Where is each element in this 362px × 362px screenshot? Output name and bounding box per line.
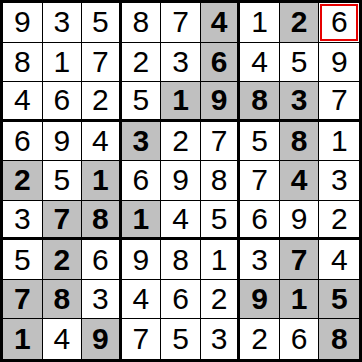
cell-r2c8[interactable]: 5 <box>280 43 320 83</box>
cell-r3c6[interactable]: 9 <box>201 82 241 122</box>
cell-r5c9[interactable]: 3 <box>319 161 359 201</box>
cell-r6c1[interactable]: 3 <box>3 201 43 241</box>
cell-r7c3[interactable]: 6 <box>82 240 122 280</box>
cell-r9c3[interactable]: 9 <box>82 319 122 359</box>
cell-r6c7[interactable]: 6 <box>240 201 280 241</box>
cell-r8c6[interactable]: 2 <box>201 280 241 320</box>
cell-r7c1[interactable]: 5 <box>3 240 43 280</box>
cell-r1c3[interactable]: 5 <box>82 3 122 43</box>
cell-r5c6[interactable]: 8 <box>201 161 241 201</box>
cell-r9c1[interactable]: 1 <box>3 319 43 359</box>
cell-r7c6[interactable]: 1 <box>201 240 241 280</box>
sudoku-board: 9358741268172364594625198376943275812516… <box>0 0 362 362</box>
cell-r1c4[interactable]: 8 <box>122 3 162 43</box>
cell-r6c2[interactable]: 7 <box>43 201 83 241</box>
cell-r4c8[interactable]: 8 <box>280 122 320 162</box>
cell-r8c4[interactable]: 4 <box>122 280 162 320</box>
cell-r3c4[interactable]: 5 <box>122 82 162 122</box>
cell-r9c4[interactable]: 7 <box>122 319 162 359</box>
cell-r8c7[interactable]: 9 <box>240 280 280 320</box>
cell-r6c3[interactable]: 8 <box>82 201 122 241</box>
cell-r4c6[interactable]: 7 <box>201 122 241 162</box>
cell-r4c4[interactable]: 3 <box>122 122 162 162</box>
cell-r7c5[interactable]: 8 <box>161 240 201 280</box>
cell-r9c5[interactable]: 5 <box>161 319 201 359</box>
cell-r5c3[interactable]: 1 <box>82 161 122 201</box>
cell-r5c1[interactable]: 2 <box>3 161 43 201</box>
cell-r5c4[interactable]: 6 <box>122 161 162 201</box>
cell-r2c7[interactable]: 4 <box>240 43 280 83</box>
cell-r9c8[interactable]: 6 <box>280 319 320 359</box>
cell-r8c3[interactable]: 3 <box>82 280 122 320</box>
cell-r9c6[interactable]: 3 <box>201 319 241 359</box>
cell-r5c8[interactable]: 4 <box>280 161 320 201</box>
cell-r6c9[interactable]: 2 <box>319 201 359 241</box>
cell-r2c5[interactable]: 3 <box>161 43 201 83</box>
cell-r1c5[interactable]: 7 <box>161 3 201 43</box>
cell-r6c5[interactable]: 4 <box>161 201 201 241</box>
cell-r7c2[interactable]: 2 <box>43 240 83 280</box>
cell-r4c1[interactable]: 6 <box>3 122 43 162</box>
cell-r1c2[interactable]: 3 <box>43 3 83 43</box>
cell-r2c1[interactable]: 8 <box>3 43 43 83</box>
cell-r2c9[interactable]: 9 <box>319 43 359 83</box>
cell-r3c5[interactable]: 1 <box>161 82 201 122</box>
cell-r8c1[interactable]: 7 <box>3 280 43 320</box>
cell-r8c5[interactable]: 6 <box>161 280 201 320</box>
cell-r1c6[interactable]: 4 <box>201 3 241 43</box>
cell-r1c9[interactable]: 6 <box>319 3 359 43</box>
cell-r9c9[interactable]: 8 <box>319 319 359 359</box>
cell-r3c9[interactable]: 7 <box>319 82 359 122</box>
cell-r3c3[interactable]: 2 <box>82 82 122 122</box>
cell-r4c9[interactable]: 1 <box>319 122 359 162</box>
cell-r2c3[interactable]: 7 <box>82 43 122 83</box>
cell-r8c8[interactable]: 1 <box>280 280 320 320</box>
cell-r6c6[interactable]: 5 <box>201 201 241 241</box>
cell-r2c2[interactable]: 1 <box>43 43 83 83</box>
cell-r6c8[interactable]: 9 <box>280 201 320 241</box>
cell-r3c1[interactable]: 4 <box>3 82 43 122</box>
cell-r1c7[interactable]: 1 <box>240 3 280 43</box>
cell-r3c7[interactable]: 8 <box>240 82 280 122</box>
cell-r7c8[interactable]: 7 <box>280 240 320 280</box>
cell-r8c9[interactable]: 5 <box>319 280 359 320</box>
cell-r5c2[interactable]: 5 <box>43 161 83 201</box>
cell-r9c2[interactable]: 4 <box>43 319 83 359</box>
cell-r5c7[interactable]: 7 <box>240 161 280 201</box>
cell-r7c7[interactable]: 3 <box>240 240 280 280</box>
cell-r4c3[interactable]: 4 <box>82 122 122 162</box>
cell-r9c7[interactable]: 2 <box>240 319 280 359</box>
cell-r8c2[interactable]: 8 <box>43 280 83 320</box>
cell-r4c7[interactable]: 5 <box>240 122 280 162</box>
cell-r4c2[interactable]: 9 <box>43 122 83 162</box>
cell-r4c5[interactable]: 2 <box>161 122 201 162</box>
cell-r3c8[interactable]: 3 <box>280 82 320 122</box>
cell-r6c4[interactable]: 1 <box>122 201 162 241</box>
cell-r1c8[interactable]: 2 <box>280 3 320 43</box>
cell-r3c2[interactable]: 6 <box>43 82 83 122</box>
cell-r2c4[interactable]: 2 <box>122 43 162 83</box>
cell-r1c1[interactable]: 9 <box>3 3 43 43</box>
cell-r5c5[interactable]: 9 <box>161 161 201 201</box>
cell-r2c6[interactable]: 6 <box>201 43 241 83</box>
cell-r7c9[interactable]: 4 <box>319 240 359 280</box>
cell-r7c4[interactable]: 9 <box>122 240 162 280</box>
